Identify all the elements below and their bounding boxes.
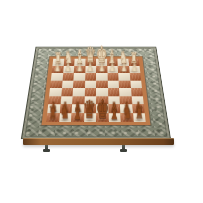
piece-dark-knight: ♞ bbox=[60, 102, 70, 121]
piece-dark-rook: ♜ bbox=[135, 105, 144, 122]
square-r1c6: ♟ bbox=[118, 66, 129, 73]
square-r1c5: ♟ bbox=[107, 66, 118, 73]
chess-board: ♜♞♝♛♚♝♞♜♟♟♟♟♟♟♟♟♟♟♟♟♟♟♟♟♜♞♝♛♚♝♞♜ bbox=[21, 47, 171, 139]
square-r3c7 bbox=[130, 80, 142, 88]
square-r2c3 bbox=[85, 73, 96, 80]
left-foot bbox=[45, 145, 48, 150]
square-r2c1 bbox=[62, 73, 74, 80]
square-r7c0: ♜ bbox=[46, 113, 59, 122]
board-margin: ♜♞♝♛♚♝♞♜♟♟♟♟♟♟♟♟♟♟♟♟♟♟♟♟♜♞♝♛♚♝♞♜ bbox=[42, 56, 151, 125]
square-r3c1 bbox=[62, 80, 74, 88]
piece-dark-knight: ♞ bbox=[122, 102, 132, 121]
piece-light-pawn: ♟ bbox=[109, 60, 115, 73]
piece-light-pawn: ♟ bbox=[132, 60, 138, 73]
square-r2c5 bbox=[107, 73, 118, 80]
product-photo: ♜♞♝♛♚♝♞♜♟♟♟♟♟♟♟♟♟♟♟♟♟♟♟♟♜♞♝♛♚♝♞♜ bbox=[0, 0, 203, 203]
piece-light-pawn: ♟ bbox=[98, 60, 104, 73]
square-r2c7 bbox=[129, 73, 141, 80]
square-r2c4 bbox=[96, 73, 107, 80]
square-r3c2 bbox=[73, 80, 85, 88]
square-r1c0: ♟ bbox=[52, 66, 64, 73]
square-r7c4: ♚ bbox=[96, 113, 108, 122]
square-r1c3: ♟ bbox=[85, 66, 96, 73]
piece-light-pawn: ♟ bbox=[54, 60, 60, 73]
square-r7c1: ♞ bbox=[59, 113, 72, 122]
square-r3c3 bbox=[85, 80, 97, 88]
piece-dark-queen: ♛ bbox=[84, 97, 96, 122]
square-r2c2 bbox=[73, 73, 84, 80]
piece-dark-bishop: ♝ bbox=[72, 100, 83, 122]
square-r7c3: ♛ bbox=[84, 113, 96, 122]
square-r2c6 bbox=[118, 73, 130, 80]
square-r1c7: ♟ bbox=[129, 66, 141, 73]
square-r7c6: ♞ bbox=[120, 113, 133, 122]
right-foot bbox=[122, 145, 125, 150]
piece-light-pawn: ♟ bbox=[65, 60, 71, 73]
square-r3c0 bbox=[50, 80, 62, 88]
square-r7c2: ♝ bbox=[71, 113, 84, 122]
square-r7c5: ♝ bbox=[108, 113, 121, 122]
square-r3c4 bbox=[96, 80, 108, 88]
square-r3c5 bbox=[107, 80, 119, 88]
piece-dark-bishop: ♝ bbox=[109, 100, 120, 122]
square-r7c7: ♜ bbox=[133, 113, 146, 122]
piece-light-pawn: ♟ bbox=[76, 60, 82, 73]
board-grid: ♜♞♝♛♚♝♞♜♟♟♟♟♟♟♟♟♟♟♟♟♟♟♟♟♜♞♝♛♚♝♞♜ bbox=[46, 59, 145, 122]
piece-dark-king: ♚ bbox=[96, 96, 109, 122]
piece-light-pawn: ♟ bbox=[87, 60, 93, 73]
square-r2c0 bbox=[51, 73, 63, 80]
square-r1c2: ♟ bbox=[74, 66, 85, 73]
piece-dark-rook: ♜ bbox=[48, 105, 57, 122]
square-r1c1: ♟ bbox=[63, 66, 74, 73]
piece-light-pawn: ♟ bbox=[121, 60, 127, 73]
wooden-edge bbox=[23, 138, 174, 145]
square-r1c4: ♟ bbox=[96, 66, 107, 73]
square-r3c6 bbox=[119, 80, 131, 88]
